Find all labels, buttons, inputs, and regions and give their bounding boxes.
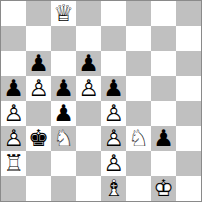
piece-white-knight: ♞♘ [51,126,76,151]
piece-outline: ♗ [101,176,126,201]
square-d3[interactable] [76,126,101,151]
piece-outline: ♘ [51,126,76,151]
square-d8[interactable] [76,1,101,26]
square-f3[interactable]: ♞♘ [126,126,151,151]
square-h3[interactable] [176,126,201,151]
piece-outline: ♖ [1,151,26,176]
piece-outline: ♙ [101,126,126,151]
square-g2[interactable] [151,151,176,176]
piece-white-pawn: ♟♙ [101,151,126,176]
chess-board: ♛♕♟♟♟♟♙♟♟♙♟♟♙♟♟♙♟♙♚♞♘♟♙♞♘♟♜♖♟♙♝♗♚♔ [0,0,202,202]
square-e5[interactable]: ♟ [101,76,126,101]
square-e7[interactable] [101,26,126,51]
piece-white-pawn: ♟♙ [26,76,51,101]
piece-black-pawn: ♟ [51,101,76,126]
square-b3[interactable]: ♚ [26,126,51,151]
square-a7[interactable] [1,26,26,51]
square-b5[interactable]: ♟♙ [26,76,51,101]
square-e2[interactable]: ♟♙ [101,151,126,176]
square-h8[interactable] [176,1,201,26]
piece-black-king: ♚ [26,126,51,151]
piece-outline: ♔ [151,176,176,201]
square-b7[interactable] [26,26,51,51]
piece-outline: ♙ [26,76,51,101]
square-h1[interactable] [176,176,201,201]
square-b4[interactable] [26,101,51,126]
piece-outline: ♘ [126,126,151,151]
piece-black-pawn: ♟ [26,51,51,76]
piece-white-pawn: ♟♙ [1,101,26,126]
square-e4[interactable]: ♟♙ [101,101,126,126]
square-f5[interactable] [126,76,151,101]
square-c5[interactable]: ♟ [51,76,76,101]
square-c4[interactable]: ♟ [51,101,76,126]
square-b1[interactable] [26,176,51,201]
square-e1[interactable]: ♝♗ [101,176,126,201]
piece-black-pawn: ♟ [51,76,76,101]
square-c1[interactable] [51,176,76,201]
square-d7[interactable] [76,26,101,51]
square-b8[interactable] [26,1,51,26]
square-g4[interactable] [151,101,176,126]
square-e6[interactable] [101,51,126,76]
square-d2[interactable] [76,151,101,176]
piece-white-pawn: ♟♙ [1,126,26,151]
square-a6[interactable] [1,51,26,76]
chess-diagram: ♛♕♟♟♟♟♙♟♟♙♟♟♙♟♟♙♟♙♚♞♘♟♙♞♘♟♜♖♟♙♝♗♚♔ [0,0,202,202]
square-c6[interactable] [51,51,76,76]
square-e8[interactable] [101,1,126,26]
piece-white-queen: ♛♕ [51,1,76,26]
square-c2[interactable] [51,151,76,176]
piece-outline: ♙ [101,101,126,126]
square-g7[interactable] [151,26,176,51]
square-f6[interactable] [126,51,151,76]
square-b6[interactable]: ♟ [26,51,51,76]
square-a3[interactable]: ♟♙ [1,126,26,151]
piece-white-pawn: ♟♙ [101,101,126,126]
piece-white-pawn: ♟♙ [76,76,101,101]
square-g3[interactable]: ♟ [151,126,176,151]
piece-white-rook: ♜♖ [1,151,26,176]
square-a8[interactable] [1,1,26,26]
square-c7[interactable] [51,26,76,51]
piece-white-bishop: ♝♗ [101,176,126,201]
square-h2[interactable] [176,151,201,176]
square-f1[interactable] [126,176,151,201]
square-d1[interactable] [76,176,101,201]
piece-black-pawn: ♟ [76,51,101,76]
square-h6[interactable] [176,51,201,76]
square-a2[interactable]: ♜♖ [1,151,26,176]
square-f2[interactable] [126,151,151,176]
square-d6[interactable]: ♟ [76,51,101,76]
square-c3[interactable]: ♞♘ [51,126,76,151]
piece-black-pawn: ♟ [1,76,26,101]
square-g8[interactable] [151,1,176,26]
piece-outline: ♙ [101,151,126,176]
square-h5[interactable] [176,76,201,101]
square-f8[interactable] [126,1,151,26]
square-g6[interactable] [151,51,176,76]
piece-outline: ♕ [51,1,76,26]
square-d4[interactable] [76,101,101,126]
square-e3[interactable]: ♟♙ [101,126,126,151]
piece-outline: ♙ [1,101,26,126]
square-c8[interactable]: ♛♕ [51,1,76,26]
piece-outline: ♙ [76,76,101,101]
square-h7[interactable] [176,26,201,51]
square-g5[interactable] [151,76,176,101]
square-f7[interactable] [126,26,151,51]
square-d5[interactable]: ♟♙ [76,76,101,101]
piece-white-knight: ♞♘ [126,126,151,151]
square-f4[interactable] [126,101,151,126]
square-b2[interactable] [26,151,51,176]
piece-white-king: ♚♔ [151,176,176,201]
square-h4[interactable] [176,101,201,126]
square-g1[interactable]: ♚♔ [151,176,176,201]
piece-black-pawn: ♟ [151,126,176,151]
piece-outline: ♙ [1,126,26,151]
piece-black-pawn: ♟ [101,76,126,101]
square-a5[interactable]: ♟ [1,76,26,101]
square-a1[interactable] [1,176,26,201]
square-a4[interactable]: ♟♙ [1,101,26,126]
piece-white-pawn: ♟♙ [101,126,126,151]
